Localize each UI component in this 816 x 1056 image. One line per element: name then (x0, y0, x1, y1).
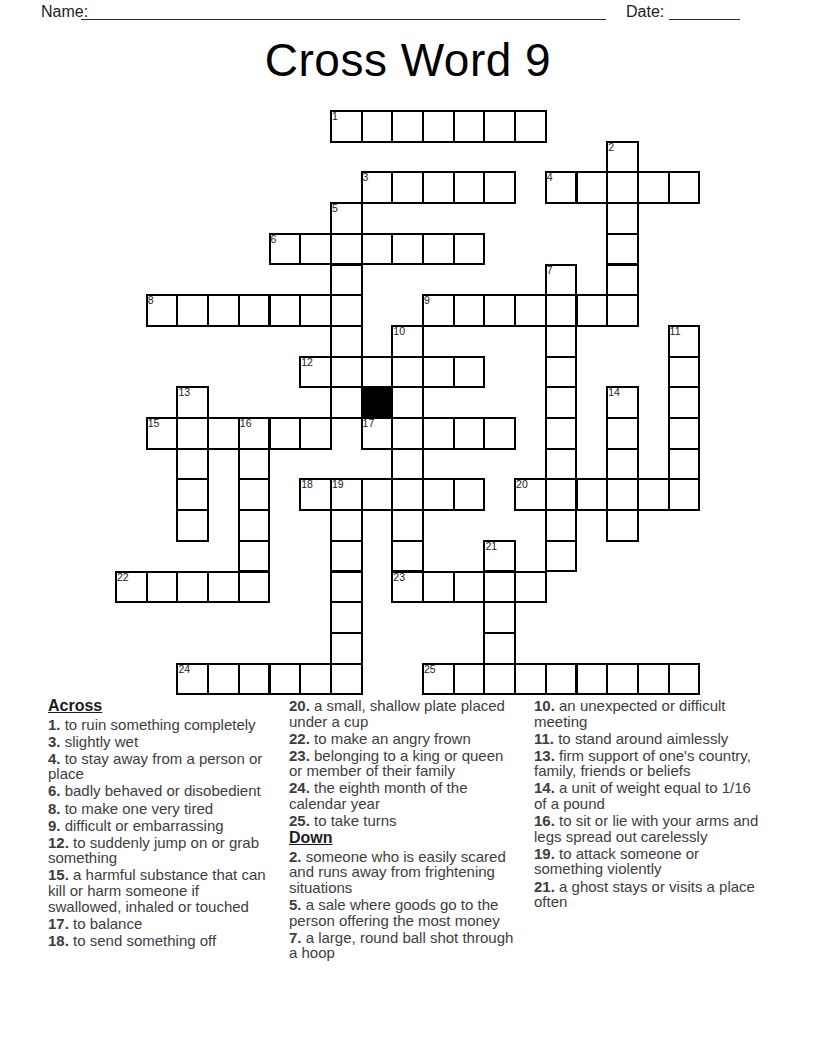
clue-column-2: 20. a small, shallow plate placed under … (289, 698, 517, 963)
grid-cell[interactable] (269, 663, 302, 696)
grid-cell[interactable] (330, 632, 363, 665)
grid-cell[interactable] (238, 509, 271, 542)
grid-cell[interactable] (391, 478, 424, 511)
grid-cell[interactable] (269, 294, 302, 327)
grid-cell[interactable] (391, 233, 424, 266)
grid-cell[interactable] (361, 356, 394, 389)
down-clue-19: 19. to attack someone or something viole… (534, 846, 766, 877)
down-clue-14: 14. a unit of weight equal to 1/16 of a … (534, 780, 766, 811)
grid-cell[interactable] (606, 448, 639, 481)
grid-cell[interactable] (453, 417, 486, 450)
grid-cell[interactable] (330, 325, 363, 358)
grid-cell[interactable] (238, 478, 271, 511)
grid-cell[interactable] (391, 110, 424, 143)
date-label: Date: (626, 3, 664, 21)
grid-cell[interactable] (668, 478, 701, 511)
across-clue-4: 4. to stay away from a person or place (48, 751, 276, 782)
grid-cell[interactable] (606, 417, 639, 450)
cell-number-3: 3 (363, 172, 369, 183)
cell-number-8: 8 (148, 295, 154, 306)
grid-cell[interactable] (545, 417, 578, 450)
grid-cell[interactable] (668, 171, 701, 204)
crossword-worksheet-page: Name: Date: Cross Word 9 123456789101112… (0, 0, 816, 1056)
grid-cell[interactable] (330, 663, 363, 696)
grid-cell[interactable] (238, 571, 271, 604)
black-cell (361, 386, 394, 419)
clue-column-1: Across1. to ruin something completely3. … (48, 698, 276, 950)
grid-cell[interactable] (176, 509, 209, 542)
crossword-grid: 1234567891011121314151617181920212223242… (115, 110, 706, 701)
grid-cell[interactable] (606, 294, 639, 327)
down-clue-2: 2. someone who is easily scared and runs… (289, 849, 517, 896)
grid-cell[interactable] (483, 663, 516, 696)
grid-cell[interactable] (238, 294, 271, 327)
cell-number-21: 21 (485, 541, 497, 552)
cell-number-6: 6 (271, 234, 277, 245)
cell-number-22: 22 (117, 572, 129, 583)
grid-cell[interactable] (514, 294, 547, 327)
grid-cell[interactable] (453, 233, 486, 266)
grid-cell[interactable] (453, 171, 486, 204)
grid-cell[interactable] (238, 540, 271, 573)
grid-cell[interactable] (299, 294, 332, 327)
grid-cell[interactable] (391, 386, 424, 419)
down-clue-10: 10. an unexpected or difficult meeting (534, 698, 766, 729)
across-clue-1: 1. to ruin something completely (48, 717, 276, 733)
grid-cell[interactable] (668, 448, 701, 481)
down-clue-7: 7. a large, round ball shot through a ho… (289, 930, 517, 961)
across-clue-18: 18. to send something off (48, 933, 276, 949)
cell-number-11: 11 (670, 326, 681, 337)
cell-number-1: 1 (332, 111, 338, 122)
cell-number-19: 19 (332, 479, 344, 490)
grid-cell[interactable] (545, 386, 578, 419)
grid-cell[interactable] (330, 386, 363, 419)
grid-cell[interactable] (514, 571, 547, 604)
grid-cell[interactable] (391, 448, 424, 481)
grid-cell[interactable] (422, 110, 455, 143)
grid-cell[interactable] (637, 478, 670, 511)
grid-cell[interactable] (299, 417, 332, 450)
grid-cell[interactable] (576, 294, 609, 327)
across-header: Across (48, 698, 276, 714)
grid-cell[interactable] (453, 294, 486, 327)
grid-cell[interactable] (361, 478, 394, 511)
grid-cell[interactable] (453, 110, 486, 143)
across-clue-24: 24. the eighth month of the calendar yea… (289, 780, 517, 811)
across-clue-8: 8. to make one very tired (48, 801, 276, 817)
grid-cell[interactable] (483, 171, 516, 204)
grid-cell[interactable] (483, 601, 516, 634)
cell-number-20: 20 (516, 479, 528, 490)
grid-cell[interactable] (545, 509, 578, 542)
grid-cell[interactable] (146, 571, 179, 604)
grid-cell[interactable] (545, 325, 578, 358)
grid-cell[interactable] (299, 233, 332, 266)
grid-cell[interactable] (606, 478, 639, 511)
grid-cell[interactable] (576, 478, 609, 511)
across-clue-17: 17. to balance (48, 916, 276, 932)
cell-number-18: 18 (301, 479, 313, 490)
grid-cell[interactable] (606, 233, 639, 266)
grid-cell[interactable] (422, 417, 455, 450)
grid-cell[interactable] (391, 171, 424, 204)
cell-number-13: 13 (178, 387, 190, 398)
grid-cell[interactable] (176, 478, 209, 511)
grid-cell[interactable] (514, 663, 547, 696)
grid-cell[interactable] (483, 571, 516, 604)
across-clue-15: 15. a harmful substance that can kill or… (48, 867, 276, 914)
grid-cell[interactable] (483, 294, 516, 327)
grid-cell[interactable] (176, 448, 209, 481)
grid-cell[interactable] (668, 663, 701, 696)
grid-cell[interactable] (422, 478, 455, 511)
grid-cell[interactable] (606, 663, 639, 696)
page-title: Cross Word 9 (0, 33, 816, 87)
grid-cell[interactable] (330, 601, 363, 634)
grid-cell[interactable] (606, 171, 639, 204)
grid-cell[interactable] (207, 571, 240, 604)
grid-cell[interactable] (176, 294, 209, 327)
across-clue-20: 20. a small, shallow plate placed under … (289, 698, 517, 729)
grid-cell[interactable] (207, 663, 240, 696)
cell-number-4: 4 (547, 172, 553, 183)
across-clue-22: 22. to make an angry frown (289, 731, 517, 747)
grid-cell[interactable] (422, 356, 455, 389)
grid-cell[interactable] (238, 448, 271, 481)
cell-number-25: 25 (424, 664, 436, 675)
grid-cell[interactable] (545, 356, 578, 389)
cell-number-10: 10 (393, 326, 405, 337)
grid-cell[interactable] (330, 233, 363, 266)
grid-cell[interactable] (361, 233, 394, 266)
cell-number-16: 16 (240, 418, 252, 429)
grid-cell[interactable] (545, 478, 578, 511)
grid-cell[interactable] (514, 110, 547, 143)
grid-cell[interactable] (207, 294, 240, 327)
cell-number-15: 15 (148, 418, 160, 429)
grid-cell[interactable] (453, 571, 486, 604)
grid-cell[interactable] (391, 417, 424, 450)
across-clue-6: 6. badly behaved or disobedient (48, 783, 276, 799)
grid-cell[interactable] (299, 663, 332, 696)
cell-number-2: 2 (608, 142, 614, 153)
cell-number-17: 17 (363, 418, 375, 429)
grid-cell[interactable] (545, 540, 578, 573)
down-clue-5: 5. a sale where goods go to the person o… (289, 897, 517, 928)
cell-number-14: 14 (608, 387, 620, 398)
grid-cell[interactable] (238, 663, 271, 696)
grid-cell[interactable] (576, 663, 609, 696)
grid-cell[interactable] (176, 571, 209, 604)
cell-number-24: 24 (178, 664, 190, 675)
grid-cell[interactable] (483, 632, 516, 665)
grid-cell[interactable] (207, 417, 240, 450)
cell-number-9: 9 (424, 295, 430, 306)
cell-number-5: 5 (332, 203, 338, 214)
grid-cell[interactable] (422, 171, 455, 204)
grid-cell[interactable] (668, 386, 701, 419)
grid-cell[interactable] (269, 417, 302, 450)
grid-cell[interactable] (606, 509, 639, 542)
down-header: Down (289, 830, 517, 846)
grid-cell[interactable] (453, 356, 486, 389)
grid-cell[interactable] (330, 294, 363, 327)
grid-cell[interactable] (545, 663, 578, 696)
grid-cell[interactable] (391, 356, 424, 389)
grid-cell[interactable] (545, 448, 578, 481)
grid-cell[interactable] (176, 417, 209, 450)
clue-column-3: 10. an unexpected or difficult meeting11… (534, 698, 766, 911)
grid-cell[interactable] (545, 294, 578, 327)
cell-number-23: 23 (393, 572, 405, 583)
date-blank-line (669, 19, 740, 20)
grid-cell[interactable] (483, 110, 516, 143)
across-clue-3: 3. slightly wet (48, 734, 276, 750)
grid-cell[interactable] (606, 202, 639, 235)
grid-cell[interactable] (483, 417, 516, 450)
down-clue-13: 13. firm support of one's country, famil… (534, 748, 766, 779)
grid-cell[interactable] (391, 540, 424, 573)
down-clue-16: 16. to sit or lie with your arms and leg… (534, 813, 766, 844)
grid-cell[interactable] (453, 663, 486, 696)
name-blank-line (81, 19, 606, 20)
cell-number-12: 12 (301, 357, 313, 368)
grid-cell[interactable] (391, 509, 424, 542)
grid-cell[interactable] (453, 478, 486, 511)
grid-cell[interactable] (422, 571, 455, 604)
grid-cell[interactable] (637, 171, 670, 204)
across-clue-12: 12. to suddenly jump on or grab somethin… (48, 835, 276, 866)
grid-cell[interactable] (330, 264, 363, 297)
grid-cell[interactable] (330, 509, 363, 542)
grid-cell[interactable] (668, 356, 701, 389)
across-clue-9: 9. difficult or embarrassing (48, 818, 276, 834)
across-clue-23: 23. belonging to a king or queen or memb… (289, 748, 517, 779)
grid-cell[interactable] (422, 233, 455, 266)
grid-cell[interactable] (606, 264, 639, 297)
grid-cell[interactable] (668, 417, 701, 450)
grid-cell[interactable] (637, 663, 670, 696)
grid-cell[interactable] (576, 171, 609, 204)
grid-cell[interactable] (330, 356, 363, 389)
grid-cell[interactable] (330, 540, 363, 573)
grid-cell[interactable] (361, 110, 394, 143)
down-clue-21: 21. a ghost stays or visits a place ofte… (534, 879, 766, 910)
down-clue-11: 11. to stand around aimlessly (534, 731, 766, 747)
across-clue-25: 25. to take turns (289, 813, 517, 829)
cell-number-7: 7 (547, 265, 553, 276)
grid-cell[interactable] (330, 571, 363, 604)
